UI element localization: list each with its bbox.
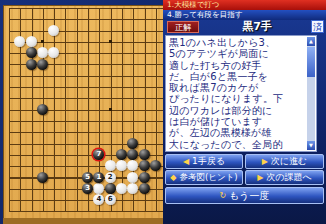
- move-count-label: 黒7手: [207, 20, 307, 34]
- step-back-button[interactable]: ◀ 1手戻る: [165, 154, 243, 169]
- stone-B16: [14, 36, 25, 47]
- done-stamp: 済: [311, 20, 324, 33]
- answer-badge: 正解: [167, 21, 199, 33]
- forward-arrow-icon: ▶: [262, 158, 268, 166]
- step-forward-button[interactable]: ▶ 次に進む: [245, 154, 324, 169]
- app-window: 1234567 1.大模様で打つ 4.勝って有段を目指す 正解 黒7手 済 黒1…: [0, 0, 326, 224]
- stone-H4: 5: [82, 172, 93, 183]
- stone-D10: [37, 104, 48, 115]
- stone-L3: [116, 183, 127, 194]
- stone-D14: [37, 59, 48, 70]
- back-arrow-icon: ◀: [183, 158, 189, 166]
- lesson-subtitle: 4.勝って有段を目指す: [163, 10, 326, 20]
- hint-label: 参考図(ヒント): [179, 172, 237, 184]
- stone-N3: [139, 183, 150, 194]
- next-problem-icon: ▶: [257, 174, 263, 182]
- stone-J4: 1: [93, 172, 104, 183]
- stone-K3: [105, 183, 116, 194]
- stone-K2: 6: [105, 194, 116, 205]
- hint-button[interactable]: ◆ 参考図(ヒント): [165, 170, 243, 185]
- stone-N5: [139, 160, 150, 171]
- star-point: [109, 108, 112, 111]
- scrollbar-thumb[interactable]: [307, 47, 315, 77]
- stone-L6: [116, 149, 127, 160]
- stone-J6: 7: [93, 149, 104, 160]
- stone-E15: [48, 47, 59, 58]
- scroll-down-button[interactable]: ▼: [307, 141, 315, 150]
- stone-N6: [139, 149, 150, 160]
- retry-label: もう一度: [229, 189, 269, 203]
- star-point: [41, 40, 44, 43]
- stone-D15: [37, 47, 48, 58]
- next-problem-button[interactable]: ▶ 次の課題へ: [245, 170, 324, 185]
- stone-C16: [26, 36, 37, 47]
- lecture-text: 黒1のハネ出しから3、 5のアテツギが局面に 適した打ち方の好手 だ。白が6と黒…: [169, 37, 305, 150]
- hint-icon: ◆: [170, 174, 176, 182]
- stone-M3: [127, 183, 138, 194]
- stone-C14: [26, 59, 37, 70]
- board-edge: [3, 218, 163, 224]
- step-forward-label: 次に進む: [271, 155, 307, 168]
- stone-M6: [127, 149, 138, 160]
- retry-icon: ↻: [219, 192, 226, 200]
- stone-J2: 4: [93, 194, 104, 205]
- stone-H3: 3: [82, 183, 93, 194]
- stone-O5: [150, 160, 161, 171]
- stone-M7: [127, 138, 138, 149]
- stone-J3: [93, 183, 104, 194]
- scrollbar[interactable]: ▲ ▼: [307, 37, 315, 150]
- retry-button[interactable]: ↻ もう一度: [165, 187, 324, 204]
- scroll-up-button[interactable]: ▲: [307, 37, 315, 46]
- stone-C15: [26, 47, 37, 58]
- info-panel: 1.大模様で打つ 4.勝って有段を目指す 正解 黒7手 済 黒1のハネ出しから3…: [163, 0, 326, 224]
- next-problem-label: 次の課題へ: [266, 171, 311, 184]
- stone-K4: 2: [105, 172, 116, 183]
- stone-E17: [48, 25, 59, 36]
- go-board[interactable]: 1234567: [9, 8, 164, 212]
- stone-K5: [105, 160, 116, 171]
- step-back-label: 1手戻る: [192, 155, 225, 168]
- stone-L5: [116, 160, 127, 171]
- stone-M5: [127, 160, 138, 171]
- board-area: 1234567: [0, 0, 163, 224]
- stone-N4: [139, 172, 150, 183]
- star-point: [109, 40, 112, 43]
- lecture-text-area: 黒1のハネ出しから3、 5のアテツギが局面に 適した打ち方の好手 だ。白が6と黒…: [165, 35, 317, 152]
- lesson-title: 1.大模様で打つ: [163, 0, 326, 10]
- stone-M4: [127, 172, 138, 183]
- stone-D4: [37, 172, 48, 183]
